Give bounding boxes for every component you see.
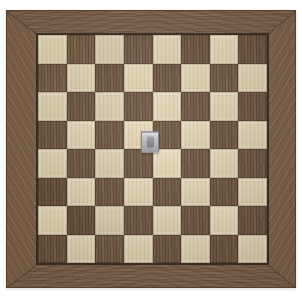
plaque-emblem-icon bbox=[147, 137, 154, 148]
square-h3 bbox=[238, 178, 267, 207]
square-c2 bbox=[95, 206, 124, 235]
square-b4 bbox=[67, 149, 96, 178]
square-h2 bbox=[238, 206, 267, 235]
square-f3 bbox=[181, 178, 210, 207]
maker-plaque bbox=[141, 132, 159, 153]
square-f6 bbox=[181, 92, 210, 121]
square-a5 bbox=[38, 121, 67, 150]
square-e3 bbox=[153, 178, 182, 207]
square-d2 bbox=[124, 206, 153, 235]
square-c3 bbox=[95, 178, 124, 207]
square-f4 bbox=[181, 149, 210, 178]
square-d8 bbox=[124, 35, 153, 64]
square-a8 bbox=[38, 35, 67, 64]
square-e7 bbox=[153, 64, 182, 93]
square-g2 bbox=[210, 206, 239, 235]
square-e6 bbox=[153, 92, 182, 121]
square-g8 bbox=[210, 35, 239, 64]
square-d7 bbox=[124, 64, 153, 93]
square-b8 bbox=[67, 35, 96, 64]
square-c8 bbox=[95, 35, 124, 64]
square-a7 bbox=[38, 64, 67, 93]
square-e4 bbox=[153, 149, 182, 178]
square-c1 bbox=[95, 235, 124, 264]
square-h5 bbox=[238, 121, 267, 150]
square-h7 bbox=[238, 64, 267, 93]
square-f5 bbox=[181, 121, 210, 150]
square-c7 bbox=[95, 64, 124, 93]
square-b2 bbox=[67, 206, 96, 235]
square-f8 bbox=[181, 35, 210, 64]
square-a2 bbox=[38, 206, 67, 235]
square-d3 bbox=[124, 178, 153, 207]
square-h8 bbox=[238, 35, 267, 64]
square-d1 bbox=[124, 235, 153, 264]
square-b6 bbox=[67, 92, 96, 121]
square-b3 bbox=[67, 178, 96, 207]
square-b1 bbox=[67, 235, 96, 264]
square-a1 bbox=[38, 235, 67, 264]
square-e8 bbox=[153, 35, 182, 64]
square-c5 bbox=[95, 121, 124, 150]
square-d6 bbox=[124, 92, 153, 121]
square-e1 bbox=[153, 235, 182, 264]
square-a3 bbox=[38, 178, 67, 207]
square-c4 bbox=[95, 149, 124, 178]
square-g1 bbox=[210, 235, 239, 264]
square-h4 bbox=[238, 149, 267, 178]
square-e2 bbox=[153, 206, 182, 235]
square-a6 bbox=[38, 92, 67, 121]
square-g5 bbox=[210, 121, 239, 150]
square-f7 bbox=[181, 64, 210, 93]
square-c6 bbox=[95, 92, 124, 121]
square-f1 bbox=[181, 235, 210, 264]
square-g3 bbox=[210, 178, 239, 207]
square-g4 bbox=[210, 149, 239, 178]
square-g7 bbox=[210, 64, 239, 93]
chess-board bbox=[6, 10, 296, 288]
square-f2 bbox=[181, 206, 210, 235]
product-photo: Empty walnut and maple wooden chessboard… bbox=[0, 0, 302, 300]
square-b5 bbox=[67, 121, 96, 150]
square-h1 bbox=[238, 235, 267, 264]
square-a4 bbox=[38, 149, 67, 178]
square-d4 bbox=[124, 149, 153, 178]
square-b7 bbox=[67, 64, 96, 93]
square-g6 bbox=[210, 92, 239, 121]
square-h6 bbox=[238, 92, 267, 121]
